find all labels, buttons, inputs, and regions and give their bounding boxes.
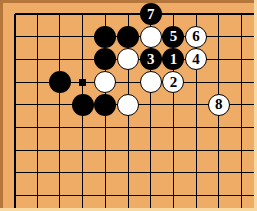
go-board-diagram: 75631428 <box>0 0 257 211</box>
grid-line-vertical <box>37 14 38 208</box>
black-stone-move-3: 3 <box>140 48 162 70</box>
black-stone <box>94 94 116 116</box>
star-point-marker <box>79 79 86 86</box>
white-stone-move-2: 2 <box>162 71 184 93</box>
black-stone <box>49 71 71 93</box>
black-stone-move-1: 1 <box>162 48 184 70</box>
move-number-label: 5 <box>170 29 178 44</box>
grid-line-horizontal <box>15 13 255 15</box>
move-number-label: 3 <box>147 52 155 67</box>
black-stone-move-5: 5 <box>162 26 184 48</box>
white-stone <box>117 48 139 70</box>
board-frame-left <box>0 0 3 211</box>
move-number-label: 1 <box>170 52 178 67</box>
grid-line-vertical <box>241 14 242 208</box>
white-stone-move-6: 6 <box>185 26 207 48</box>
black-stone <box>94 48 116 70</box>
grid-line-vertical <box>59 14 60 208</box>
white-stone-move-8: 8 <box>208 94 230 116</box>
white-stone <box>117 94 139 116</box>
grid-line-horizontal <box>15 127 255 128</box>
board-frame-top <box>0 0 257 3</box>
board-frame-bottom <box>0 208 257 211</box>
grid-line-vertical <box>14 14 16 208</box>
grid-line-horizontal <box>15 172 255 173</box>
white-stone <box>94 71 116 93</box>
black-stone <box>94 26 116 48</box>
white-stone <box>140 26 162 48</box>
move-number-label: 4 <box>192 52 200 67</box>
move-number-label: 2 <box>170 75 178 90</box>
black-stone-move-7: 7 <box>140 3 162 25</box>
move-number-label: 8 <box>215 97 223 112</box>
white-stone-move-4: 4 <box>185 48 207 70</box>
white-stone <box>140 71 162 93</box>
black-stone <box>117 26 139 48</box>
board-frame-right <box>254 0 257 211</box>
move-number-label: 6 <box>192 29 200 44</box>
grid-line-horizontal <box>15 195 255 196</box>
black-stone <box>72 94 94 116</box>
move-number-label: 7 <box>147 7 155 22</box>
grid-line-horizontal <box>15 150 255 151</box>
